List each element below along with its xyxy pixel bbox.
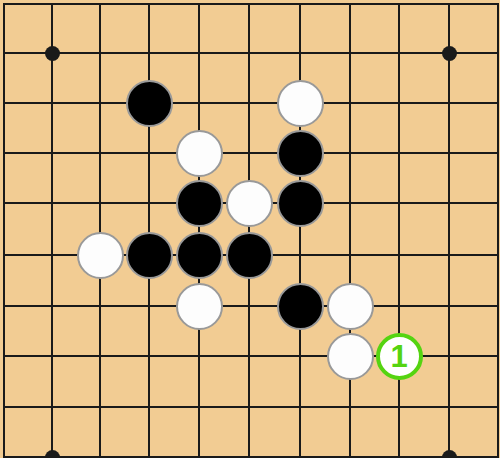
- black-stone: [277, 180, 324, 227]
- grid-vline-9: [448, 3, 450, 458]
- white-stone: [327, 283, 374, 330]
- grid-vline-6: [299, 3, 301, 458]
- white-stone: [176, 283, 223, 330]
- black-stone: [176, 232, 223, 279]
- go-problem-screen: 1: [0, 0, 500, 458]
- grid-hline-3: [3, 152, 499, 154]
- next-move-marker: 1: [376, 333, 423, 380]
- grid-vline-8: [398, 3, 400, 458]
- grid-vline-0: [3, 3, 5, 458]
- star-point: [45, 46, 60, 61]
- grid-vline-2: [99, 3, 101, 458]
- star-point: [442, 450, 457, 458]
- grid-hline-7: [3, 355, 499, 357]
- grid-hline-1: [3, 52, 499, 54]
- white-stone: [277, 80, 324, 127]
- black-stone: [126, 232, 173, 279]
- grid-vline-3: [148, 3, 150, 458]
- grid-hline-6: [3, 305, 499, 307]
- black-stone: [277, 283, 324, 330]
- white-stone: [176, 130, 223, 177]
- grid-vline-4: [198, 3, 200, 458]
- black-stone: [176, 180, 223, 227]
- black-stone: [126, 80, 173, 127]
- next-move-number: 1: [390, 341, 407, 372]
- white-stone: [226, 180, 273, 227]
- go-board[interactable]: 1: [0, 0, 500, 458]
- star-point: [442, 46, 457, 61]
- black-stone: [226, 232, 273, 279]
- grid-vline-1: [51, 3, 53, 458]
- white-stone: [327, 333, 374, 380]
- grid-vline-5: [248, 3, 250, 458]
- grid-vline-7: [349, 3, 351, 458]
- grid-hline-8: [3, 406, 499, 408]
- star-point: [45, 450, 60, 458]
- white-stone: [77, 232, 124, 279]
- grid-hline-2: [3, 102, 499, 104]
- grid-vline-10: [497, 3, 499, 458]
- grid-hline-0: [3, 3, 499, 5]
- black-stone: [277, 130, 324, 177]
